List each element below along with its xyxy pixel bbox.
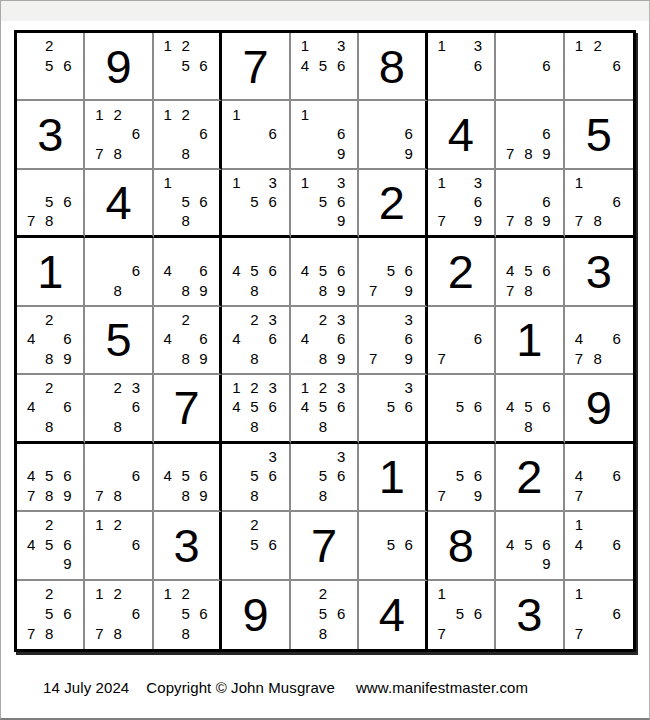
cell-r8c4[interactable]: 256: [222, 512, 290, 580]
empty-mark: [296, 447, 314, 466]
empty-mark: [451, 192, 469, 211]
empty-mark: [433, 310, 451, 329]
empty-mark: [501, 55, 519, 74]
empty-mark: [537, 104, 555, 123]
cell-r6c6[interactable]: 356: [359, 375, 427, 443]
empty-mark: [227, 310, 245, 329]
pencil-marks: 69: [359, 101, 424, 167]
given-digit: 5: [85, 307, 151, 373]
candidate-digit: 3: [127, 378, 145, 397]
candidate-digit: 3: [332, 173, 350, 192]
candidate-digit: 4: [501, 261, 519, 280]
empty-mark: [588, 584, 607, 604]
cell-r5c1[interactable]: 24689: [17, 307, 85, 375]
candidate-digit: 5: [314, 55, 332, 74]
candidate-digit: 5: [382, 535, 400, 554]
empty-mark: [245, 447, 263, 466]
empty-mark: [607, 624, 626, 644]
cell-r8c1[interactable]: 24569: [17, 512, 85, 580]
candidate-digit: 6: [58, 329, 76, 348]
candidate-digit: 6: [537, 55, 555, 74]
candidate-digit: 2: [40, 310, 58, 329]
candidate-digit: 3: [264, 310, 282, 329]
empty-mark: [570, 55, 589, 74]
candidate-digit: 8: [177, 624, 195, 644]
pencil-marks: 256: [17, 33, 83, 99]
empty-mark: [40, 329, 58, 348]
candidate-digit: 7: [90, 624, 108, 644]
cell-r9c2[interactable]: 12678: [85, 581, 153, 649]
cell-r4c4[interactable]: 4568: [222, 238, 290, 306]
candidate-digit: 8: [245, 349, 263, 368]
cell-r6c7[interactable]: 56: [428, 375, 496, 443]
cell-r9c5[interactable]: 2568: [291, 581, 359, 649]
empty-mark: [588, 554, 607, 573]
candidate-digit: 1: [296, 378, 314, 397]
empty-mark: [537, 173, 555, 192]
candidate-digit: 3: [264, 378, 282, 397]
empty-mark: [364, 329, 382, 348]
candidate-digit: 5: [40, 192, 58, 211]
empty-mark: [58, 584, 76, 604]
empty-mark: [332, 75, 350, 94]
pencil-marks: 16: [222, 101, 288, 167]
cell-r9c9[interactable]: 167: [565, 581, 633, 649]
empty-mark: [296, 241, 314, 260]
cell-r2c3[interactable]: 1268: [154, 101, 222, 169]
cell-r5c9[interactable]: 4678: [565, 307, 633, 375]
candidate-digit: 6: [264, 466, 282, 485]
candidate-digit: 2: [245, 310, 263, 329]
cell-r2c8[interactable]: 6789: [496, 101, 564, 169]
candidate-digit: 4: [570, 466, 589, 485]
empty-mark: [433, 378, 451, 397]
candidate-digit: 6: [607, 192, 626, 211]
cell-r5c6[interactable]: 3679: [359, 307, 427, 375]
empty-mark: [58, 173, 76, 192]
cell-r7c4[interactable]: 3568: [222, 444, 290, 512]
empty-mark: [451, 211, 469, 230]
empty-mark: [469, 378, 487, 397]
candidate-digit: 9: [195, 280, 213, 299]
empty-mark: [159, 486, 177, 505]
pencil-marks: 167: [565, 581, 633, 649]
empty-mark: [537, 417, 555, 436]
empty-mark: [40, 173, 58, 192]
empty-mark: [433, 329, 451, 348]
candidate-digit: 3: [264, 447, 282, 466]
empty-mark: [22, 36, 40, 55]
empty-mark: [451, 55, 469, 74]
empty-mark: [40, 447, 58, 466]
pencil-marks: 5679: [428, 444, 494, 510]
cell-r4c5[interactable]: 45689: [291, 238, 359, 306]
empty-mark: [314, 143, 332, 162]
cell-r8c8[interactable]: 4569: [496, 512, 564, 580]
cell-r3c7[interactable]: 13679: [428, 170, 496, 238]
cell-r1c7[interactable]: 136: [428, 33, 496, 101]
empty-mark: [264, 349, 282, 368]
cell-r9c4[interactable]: 9: [222, 581, 290, 649]
cell-r3c9[interactable]: 1678: [565, 170, 633, 238]
cell-r1c9[interactable]: 126: [565, 33, 633, 101]
candidate-digit: 5: [40, 55, 58, 74]
empty-mark: [570, 447, 589, 466]
cell-r3c8[interactable]: 6789: [496, 170, 564, 238]
cell-r8c2[interactable]: 126: [85, 512, 153, 580]
cell-r3c1[interactable]: 5678: [17, 170, 85, 238]
cell-r5c4[interactable]: 23468: [222, 307, 290, 375]
empty-mark: [245, 124, 263, 143]
empty-mark: [588, 75, 607, 94]
empty-mark: [227, 349, 245, 368]
empty-mark: [588, 173, 607, 192]
empty-mark: [519, 36, 537, 55]
cell-r7c6[interactable]: 1: [359, 444, 427, 512]
cell-r4c8[interactable]: 45678: [496, 238, 564, 306]
empty-mark: [195, 447, 213, 466]
cell-r3c4[interactable]: 1356: [222, 170, 290, 238]
cell-r4c9[interactable]: 3: [565, 238, 633, 306]
empty-mark: [433, 466, 451, 485]
pencil-marks: 67: [428, 307, 494, 373]
pencil-marks: 12678: [85, 581, 151, 649]
candidate-digit: 6: [58, 604, 76, 624]
empty-mark: [364, 241, 382, 260]
given-digit: 8: [428, 512, 494, 578]
given-digit: 2: [359, 170, 424, 235]
empty-mark: [109, 554, 127, 573]
empty-mark: [127, 624, 145, 644]
pencil-marks: 56: [359, 512, 424, 578]
pencil-marks: 12678: [85, 101, 151, 167]
pencil-marks: 24689: [17, 307, 83, 373]
empty-mark: [501, 515, 519, 534]
candidate-digit: 1: [296, 173, 314, 192]
empty-mark: [58, 417, 76, 436]
empty-mark: [127, 280, 145, 299]
empty-mark: [109, 261, 127, 280]
empty-mark: [227, 124, 245, 143]
candidate-digit: 6: [332, 124, 350, 143]
candidate-digit: 3: [400, 310, 418, 329]
sudoku-grid: 2569125671345681366126312678126816169694…: [14, 30, 636, 652]
cell-r8c5[interactable]: 7: [291, 512, 359, 580]
candidate-digit: 2: [40, 36, 58, 55]
empty-mark: [227, 143, 245, 162]
empty-mark: [127, 104, 145, 123]
pencil-marks: 45678: [496, 238, 562, 304]
empty-mark: [159, 75, 177, 94]
cell-r4c1[interactable]: 1: [17, 238, 85, 306]
cell-r1c4[interactable]: 7: [222, 33, 290, 101]
empty-mark: [314, 447, 332, 466]
empty-mark: [364, 515, 382, 534]
pencil-marks: 3679: [359, 307, 424, 373]
empty-mark: [607, 36, 626, 55]
cell-r2c1[interactable]: 3: [17, 101, 85, 169]
empty-mark: [22, 604, 40, 624]
cell-r6c8[interactable]: 4568: [496, 375, 564, 443]
candidate-digit: 6: [58, 192, 76, 211]
cell-r6c3[interactable]: 7: [154, 375, 222, 443]
empty-mark: [364, 554, 382, 573]
cell-r3c6[interactable]: 2: [359, 170, 427, 238]
cell-r1c1[interactable]: 256: [17, 33, 85, 101]
cell-r5c3[interactable]: 24689: [154, 307, 222, 375]
candidate-digit: 5: [314, 192, 332, 211]
empty-mark: [296, 349, 314, 368]
candidate-digit: 6: [58, 55, 76, 74]
candidate-digit: 7: [90, 486, 108, 505]
cell-r7c5[interactable]: 3568: [291, 444, 359, 512]
cell-r1c6[interactable]: 8: [359, 33, 427, 101]
cell-r7c9[interactable]: 467: [565, 444, 633, 512]
cell-r9c1[interactable]: 25678: [17, 581, 85, 649]
empty-mark: [364, 535, 382, 554]
empty-mark: [227, 417, 245, 436]
cell-r5c2[interactable]: 5: [85, 307, 153, 375]
cell-r2c9[interactable]: 5: [565, 101, 633, 169]
empty-mark: [227, 554, 245, 573]
candidate-digit: 6: [537, 192, 555, 211]
empty-mark: [451, 329, 469, 348]
empty-mark: [127, 486, 145, 505]
cell-r6c2[interactable]: 2368: [85, 375, 153, 443]
cell-r9c3[interactable]: 12568: [154, 581, 222, 649]
candidate-digit: 3: [332, 36, 350, 55]
empty-mark: [588, 310, 607, 329]
empty-mark: [195, 143, 213, 162]
puzzle-page: 2569125671345681366126312678126816169694…: [0, 0, 650, 720]
empty-mark: [451, 584, 469, 604]
candidate-digit: 7: [501, 143, 519, 162]
empty-mark: [469, 624, 487, 644]
cell-r5c5[interactable]: 234689: [291, 307, 359, 375]
cell-r8c9[interactable]: 146: [565, 512, 633, 580]
candidate-digit: 4: [501, 397, 519, 416]
empty-mark: [382, 554, 400, 573]
cell-r4c7[interactable]: 2: [428, 238, 496, 306]
cell-r9c6[interactable]: 4: [359, 581, 427, 649]
empty-mark: [607, 486, 626, 505]
candidate-digit: 9: [195, 486, 213, 505]
cell-r7c1[interactable]: 456789: [17, 444, 85, 512]
cell-r6c1[interactable]: 2468: [17, 375, 85, 443]
empty-mark: [22, 515, 40, 534]
pencil-marks: 45689: [154, 444, 219, 510]
pencil-marks: 3568: [291, 444, 357, 510]
candidate-digit: 9: [332, 349, 350, 368]
cell-r2c4[interactable]: 16: [222, 101, 290, 169]
empty-mark: [332, 584, 350, 604]
cell-r2c7[interactable]: 4: [428, 101, 496, 169]
empty-mark: [22, 378, 40, 397]
empty-mark: [588, 515, 607, 534]
candidate-digit: 6: [332, 55, 350, 74]
candidate-digit: 6: [332, 466, 350, 485]
candidate-digit: 1: [159, 36, 177, 55]
cell-r4c2[interactable]: 68: [85, 238, 153, 306]
empty-mark: [159, 604, 177, 624]
candidate-digit: 2: [314, 378, 332, 397]
empty-mark: [451, 378, 469, 397]
empty-mark: [332, 241, 350, 260]
cell-r2c6[interactable]: 69: [359, 101, 427, 169]
empty-mark: [90, 124, 108, 143]
empty-mark: [159, 241, 177, 260]
cell-r1c3[interactable]: 1256: [154, 33, 222, 101]
cell-r8c7[interactable]: 8: [428, 512, 496, 580]
candidate-digit: 7: [501, 211, 519, 230]
empty-mark: [433, 75, 451, 94]
cell-r7c2[interactable]: 678: [85, 444, 153, 512]
candidate-digit: 2: [40, 515, 58, 534]
empty-mark: [264, 554, 282, 573]
cell-r7c8[interactable]: 2: [496, 444, 564, 512]
cell-r9c8[interactable]: 3: [496, 581, 564, 649]
cell-r6c5[interactable]: 1234568: [291, 375, 359, 443]
cell-r3c3[interactable]: 1568: [154, 170, 222, 238]
candidate-digit: 2: [314, 310, 332, 329]
empty-mark: [195, 36, 213, 55]
pencil-marks: 678: [85, 444, 151, 510]
empty-mark: [364, 261, 382, 280]
given-digit: 5: [565, 101, 633, 167]
candidate-digit: 8: [588, 349, 607, 368]
candidate-digit: 9: [537, 143, 555, 162]
cell-r4c6[interactable]: 5679: [359, 238, 427, 306]
candidate-digit: 8: [177, 211, 195, 230]
empty-mark: [519, 192, 537, 211]
empty-mark: [22, 584, 40, 604]
empty-mark: [382, 241, 400, 260]
candidate-digit: 8: [40, 417, 58, 436]
cell-r2c2[interactable]: 12678: [85, 101, 153, 169]
candidate-digit: 4: [296, 55, 314, 74]
candidate-digit: 6: [537, 535, 555, 554]
candidate-digit: 8: [519, 280, 537, 299]
candidate-digit: 6: [469, 192, 487, 211]
candidate-digit: 1: [433, 584, 451, 604]
empty-mark: [501, 192, 519, 211]
candidate-digit: 5: [314, 466, 332, 485]
empty-mark: [382, 124, 400, 143]
candidate-digit: 6: [195, 124, 213, 143]
cell-r5c7[interactable]: 67: [428, 307, 496, 375]
cell-r9c7[interactable]: 1567: [428, 581, 496, 649]
cell-r3c2[interactable]: 4: [85, 170, 153, 238]
cell-r8c3[interactable]: 3: [154, 512, 222, 580]
empty-mark: [227, 486, 245, 505]
candidate-digit: 5: [177, 55, 195, 74]
candidate-digit: 6: [58, 535, 76, 554]
pencil-marks: 136: [428, 33, 494, 99]
cell-r1c5[interactable]: 13456: [291, 33, 359, 101]
cell-r1c8[interactable]: 6: [496, 33, 564, 101]
candidate-digit: 3: [400, 378, 418, 397]
candidate-digit: 1: [159, 173, 177, 192]
candidate-digit: 2: [245, 515, 263, 534]
empty-mark: [58, 515, 76, 534]
candidate-digit: 8: [177, 143, 195, 162]
given-digit: 2: [428, 238, 494, 304]
candidate-digit: 2: [109, 584, 127, 604]
candidate-digit: 1: [227, 378, 245, 397]
cell-r8c6[interactable]: 56: [359, 512, 427, 580]
empty-mark: [58, 75, 76, 94]
cell-r1c2[interactable]: 9: [85, 33, 153, 101]
empty-mark: [245, 554, 263, 573]
candidate-digit: 2: [40, 584, 58, 604]
empty-mark: [127, 241, 145, 260]
given-digit: 9: [85, 33, 151, 99]
given-digit: 7: [222, 33, 288, 99]
empty-mark: [433, 397, 451, 416]
empty-mark: [519, 104, 537, 123]
empty-mark: [159, 55, 177, 74]
pencil-marks: 12568: [154, 581, 219, 649]
empty-mark: [159, 280, 177, 299]
empty-mark: [109, 241, 127, 260]
empty-mark: [109, 447, 127, 466]
candidate-digit: 3: [332, 310, 350, 329]
cell-r6c9[interactable]: 9: [565, 375, 633, 443]
candidate-digit: 6: [607, 329, 626, 348]
pencil-marks: 13569: [291, 170, 357, 235]
given-digit: 9: [222, 581, 288, 649]
empty-mark: [588, 604, 607, 624]
empty-mark: [364, 310, 382, 329]
cell-r7c7[interactable]: 5679: [428, 444, 496, 512]
empty-mark: [22, 55, 40, 74]
empty-mark: [159, 349, 177, 368]
empty-mark: [588, 624, 607, 644]
candidate-digit: 9: [400, 349, 418, 368]
cell-r5c8[interactable]: 1: [496, 307, 564, 375]
pencil-marks: 1256: [154, 33, 219, 99]
empty-mark: [195, 310, 213, 329]
candidate-digit: 8: [314, 624, 332, 644]
empty-mark: [451, 173, 469, 192]
empty-mark: [364, 417, 382, 436]
cell-r3c5[interactable]: 13569: [291, 170, 359, 238]
empty-mark: [245, 104, 263, 123]
empty-mark: [296, 310, 314, 329]
empty-mark: [537, 515, 555, 534]
empty-mark: [537, 75, 555, 94]
empty-mark: [296, 192, 314, 211]
empty-mark: [22, 173, 40, 192]
cell-r6c4[interactable]: 1234568: [222, 375, 290, 443]
candidate-digit: 1: [90, 515, 108, 534]
given-digit: 7: [291, 512, 357, 578]
empty-mark: [501, 378, 519, 397]
candidate-digit: 6: [537, 397, 555, 416]
candidate-digit: 5: [40, 535, 58, 554]
candidate-digit: 5: [245, 192, 263, 211]
empty-mark: [90, 397, 108, 416]
cell-r4c3[interactable]: 4689: [154, 238, 222, 306]
empty-mark: [22, 349, 40, 368]
pencil-marks: 1234568: [291, 375, 357, 440]
empty-mark: [90, 535, 108, 554]
candidate-digit: 6: [607, 466, 626, 485]
cell-r2c5[interactable]: 169: [291, 101, 359, 169]
cell-r7c3[interactable]: 45689: [154, 444, 222, 512]
empty-mark: [90, 417, 108, 436]
candidate-digit: 2: [314, 584, 332, 604]
